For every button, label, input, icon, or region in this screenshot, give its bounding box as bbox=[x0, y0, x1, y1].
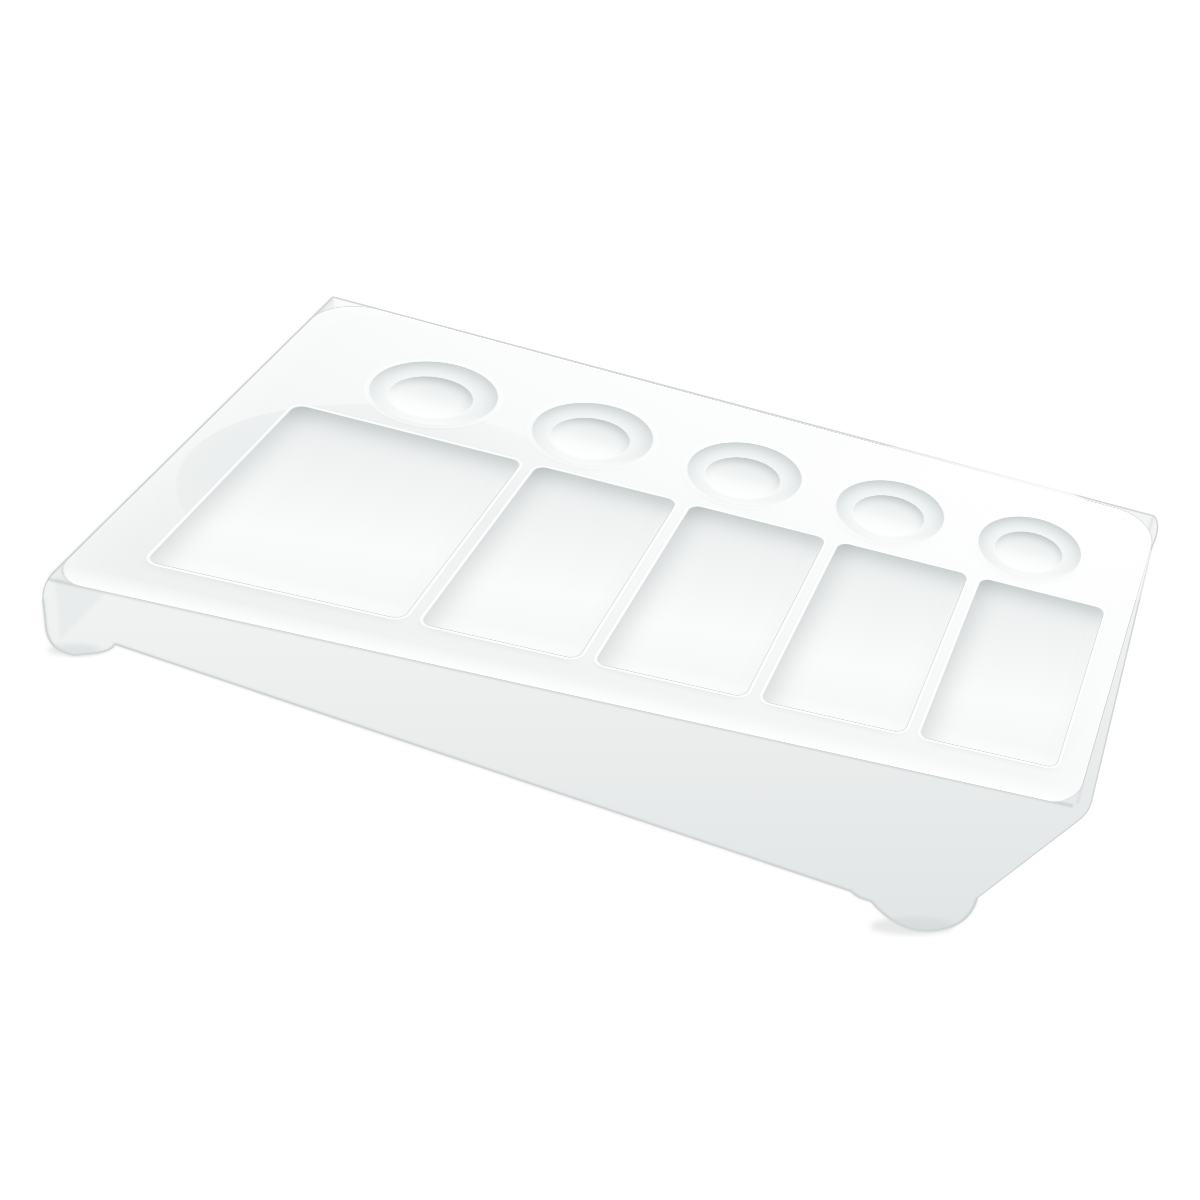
product-photo-canvas bbox=[0, 0, 1200, 1200]
round-well-cup bbox=[539, 410, 641, 466]
round-well-cup bbox=[695, 450, 789, 505]
round-well bbox=[672, 432, 815, 517]
round-well bbox=[968, 506, 1089, 589]
round-well bbox=[514, 392, 669, 478]
right-foot-shadow bbox=[870, 917, 954, 935]
round-well-cup bbox=[375, 369, 485, 425]
round-well-cup bbox=[845, 488, 932, 543]
left-foot-shadow bbox=[47, 644, 101, 656]
round-well bbox=[823, 470, 955, 554]
round-well-cup bbox=[988, 525, 1068, 579]
